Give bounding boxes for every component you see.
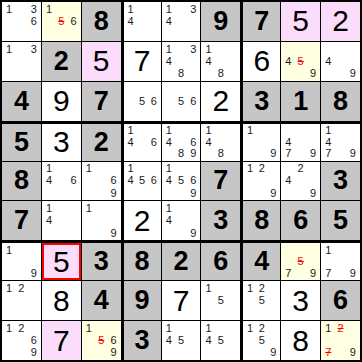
pencil-marks: 149 — [163, 202, 200, 239]
cell-r9c9[interactable]: 1279 — [321, 321, 360, 360]
cell-r3c8[interactable]: 1 — [281, 82, 320, 121]
pencil-marks: 145 — [202, 322, 239, 359]
candidate-5: 5 — [175, 334, 187, 346]
cell-r1c5[interactable]: 134 — [162, 2, 201, 41]
candidate-6: 6 — [28, 334, 40, 346]
candidate-1: 1 — [83, 322, 95, 334]
candidate-1: 1 — [202, 125, 214, 137]
candidate-9: 9 — [28, 347, 40, 359]
cell-r9c8[interactable]: 8 — [281, 321, 320, 360]
candidate-1: 1 — [322, 125, 334, 137]
solved-digit: 9 — [53, 86, 70, 116]
cell-r7c2[interactable]: 5 — [42, 241, 81, 280]
candidate-3: 3 — [187, 3, 199, 15]
cell-r7c7[interactable]: 4 — [241, 241, 280, 280]
candidate-1: 1 — [322, 244, 334, 256]
cell-r3c5[interactable]: 56 — [162, 82, 201, 121]
cell-r3c6[interactable]: 2 — [201, 82, 240, 121]
pencil-marks: 12 — [3, 282, 40, 319]
candidate-1: 1 — [244, 163, 256, 175]
candidate-6: 6 — [148, 175, 160, 187]
candidate-8: 8 — [215, 67, 227, 79]
candidate-9: 9 — [187, 187, 199, 199]
cell-r4c6[interactable]: 148 — [201, 122, 240, 161]
given-digit: 3 — [254, 88, 269, 115]
solved-digit: 2 — [213, 86, 230, 116]
candidate-3: 3 — [28, 3, 40, 15]
cell-r1c9[interactable]: 2 — [321, 2, 360, 41]
candidate-9: 9 — [307, 268, 319, 280]
candidate-1: 1 — [163, 163, 175, 175]
solved-digit: 6 — [253, 46, 270, 76]
cell-r9c3[interactable]: 1569 — [82, 321, 121, 360]
cell-r9c1[interactable]: 1269 — [2, 321, 41, 360]
cell-r5c9[interactable]: 3 — [321, 162, 360, 201]
cell-r5c6[interactable]: 7 — [201, 162, 240, 201]
candidate-9: 9 — [268, 187, 280, 199]
cell-r5c8[interactable]: 249 — [281, 162, 320, 201]
cell-r8c7[interactable]: 125 — [241, 281, 280, 320]
pencil-marks: 136 — [3, 3, 40, 40]
cell-r1c4[interactable]: 14 — [122, 2, 161, 41]
candidate-1: 1 — [3, 244, 15, 256]
candidate-4: 4 — [322, 136, 334, 148]
candidate-5: 5 — [136, 175, 148, 187]
candidate-1: 1 — [202, 322, 214, 334]
candidate-5-eliminated: 5 — [55, 15, 67, 27]
cell-r8c5[interactable]: 7 — [162, 281, 201, 320]
cell-r5c4[interactable]: 1456 — [122, 162, 161, 201]
candidate-6: 6 — [148, 95, 160, 107]
pencil-marks: 13 — [3, 43, 40, 80]
candidate-7: 7 — [322, 148, 334, 160]
candidate-4: 4 — [163, 215, 175, 227]
candidate-9: 9 — [107, 227, 119, 239]
pencil-marks: 1259 — [244, 322, 279, 359]
candidate-7: 7 — [322, 268, 334, 280]
pencil-marks: 14 — [125, 3, 160, 40]
cell-r3c3[interactable]: 7 — [82, 82, 121, 121]
candidate-5: 5 — [215, 334, 227, 346]
given-digit: 2 — [173, 248, 188, 275]
given-digit: 7 — [14, 207, 29, 234]
candidate-9: 9 — [268, 347, 280, 359]
pencil-marks: 169 — [83, 163, 120, 200]
given-digit: 3 — [135, 327, 150, 354]
candidate-9: 9 — [347, 148, 359, 160]
pencil-marks: 1456 — [125, 163, 160, 200]
pencil-marks: 148 — [202, 125, 239, 160]
cell-r6c3[interactable]: 19 — [82, 201, 121, 240]
pencil-marks: 49 — [322, 43, 359, 80]
given-digit: 7 — [94, 88, 109, 115]
pencil-marks: 1279 — [322, 322, 359, 359]
cell-r6c9[interactable]: 5 — [321, 201, 360, 240]
cell-r5c5[interactable]: 14569 — [162, 162, 201, 201]
cell-r1c3[interactable]: 8 — [82, 2, 121, 41]
given-digit: 4 — [94, 287, 109, 314]
cell-r4c4[interactable]: 146 — [122, 122, 161, 161]
pencil-marks: 14569 — [163, 163, 200, 200]
candidate-6: 6 — [28, 15, 40, 27]
candidate-5: 5 — [215, 295, 227, 307]
candidate-4: 4 — [43, 175, 55, 187]
cell-r1c6[interactable]: 9 — [201, 2, 240, 41]
pencil-marks: 479 — [282, 125, 319, 160]
candidate-1: 1 — [163, 43, 175, 55]
cell-r8c6[interactable]: 15 — [201, 281, 240, 320]
candidate-1: 1 — [244, 322, 256, 334]
given-digit: 4 — [14, 88, 29, 115]
pencil-marks: 146 — [125, 125, 160, 160]
cell-r2c2[interactable]: 2 — [42, 42, 81, 81]
candidate-6: 6 — [187, 136, 199, 148]
cell-r5c1[interactable]: 8 — [2, 162, 41, 201]
candidate-9: 9 — [307, 148, 319, 160]
candidate-8: 8 — [175, 148, 187, 160]
candidate-7: 7 — [282, 148, 294, 160]
candidate-5: 5 — [256, 295, 268, 307]
cell-r6c8[interactable]: 6 — [281, 201, 320, 240]
candidate-1: 1 — [163, 125, 175, 137]
cell-r3c7[interactable]: 3 — [241, 82, 280, 121]
candidate-6: 6 — [67, 15, 79, 27]
given-digit: 9 — [213, 8, 228, 35]
cell-r7c5[interactable]: 2 — [162, 241, 201, 280]
candidate-6: 6 — [67, 175, 79, 187]
pencil-marks: 1569 — [83, 322, 120, 359]
pencil-marks: 579 — [282, 244, 319, 279]
given-digit: 1 — [293, 88, 308, 115]
cell-r5c7[interactable]: 129 — [241, 162, 280, 201]
candidate-9: 9 — [107, 187, 119, 199]
candidate-1: 1 — [163, 202, 175, 214]
given-digit: 7 — [254, 8, 269, 35]
solved-digit: 5 — [93, 46, 110, 76]
solved-digit: 7 — [173, 286, 190, 316]
candidate-1: 1 — [202, 282, 214, 294]
cell-r6c6[interactable]: 3 — [201, 201, 240, 240]
given-digit: 6 — [213, 248, 228, 275]
cell-r9c6[interactable]: 145 — [201, 321, 240, 360]
pencil-marks: 179 — [322, 244, 359, 279]
cell-r4c3[interactable]: 2 — [82, 122, 121, 161]
cell-r8c4[interactable]: 9 — [122, 281, 161, 320]
cell-r4c7[interactable]: 19 — [241, 122, 280, 161]
candidate-1: 1 — [3, 282, 15, 294]
solved-digit: 8 — [292, 326, 309, 356]
candidate-4: 4 — [125, 175, 137, 187]
candidate-8: 8 — [215, 148, 227, 160]
pencil-marks: 129 — [244, 163, 279, 200]
cell-r8c1[interactable]: 12 — [2, 281, 41, 320]
cell-r8c3[interactable]: 4 — [82, 281, 121, 320]
cell-r4c9[interactable]: 1479 — [321, 122, 360, 161]
candidate-9: 9 — [107, 347, 119, 359]
pencil-marks: 1269 — [3, 322, 40, 359]
cell-r2c7[interactable]: 6 — [241, 42, 280, 81]
sudoku-board: 1361568141349752132571348148645949497565… — [0, 0, 362, 362]
candidate-2: 2 — [15, 322, 27, 334]
candidate-3: 3 — [187, 43, 199, 55]
cell-r6c2[interactable]: 14 — [42, 201, 81, 240]
candidate-2: 2 — [256, 282, 268, 294]
candidate-6: 6 — [148, 136, 160, 148]
candidate-9: 9 — [28, 268, 40, 280]
cell-r4c2[interactable]: 3 — [42, 122, 81, 161]
cell-r8c2[interactable]: 8 — [42, 281, 81, 320]
cell-r4c1[interactable]: 5 — [2, 122, 41, 161]
cell-r7c4[interactable]: 8 — [122, 241, 161, 280]
given-digit: 3 — [333, 167, 348, 194]
candidate-9: 9 — [307, 67, 319, 79]
candidate-1: 1 — [43, 163, 55, 175]
candidate-1: 1 — [83, 202, 95, 214]
candidate-6: 6 — [107, 175, 119, 187]
cell-r6c5[interactable]: 149 — [162, 201, 201, 240]
cell-r7c6[interactable]: 6 — [201, 241, 240, 280]
solved-digit: 5 — [53, 247, 70, 277]
candidate-5-eliminated: 5 — [95, 334, 107, 346]
candidate-1: 1 — [43, 3, 55, 15]
candidate-4: 4 — [125, 15, 137, 27]
cell-r9c5[interactable]: 145 — [162, 321, 201, 360]
pencil-marks: 19 — [244, 125, 279, 160]
candidate-4: 4 — [282, 55, 294, 67]
solved-digit: 3 — [292, 286, 309, 316]
candidate-6: 6 — [187, 95, 199, 107]
cell-r2c4[interactable]: 7 — [122, 42, 161, 81]
cell-r4c5[interactable]: 14689 — [162, 122, 201, 161]
candidate-1: 1 — [3, 322, 15, 334]
given-digit: 6 — [293, 207, 308, 234]
solved-digit: 2 — [134, 206, 151, 236]
cell-r9c7[interactable]: 1259 — [241, 321, 280, 360]
candidate-4: 4 — [125, 136, 137, 148]
cell-r7c8[interactable]: 579 — [281, 241, 320, 280]
cell-r2c3[interactable]: 5 — [82, 42, 121, 81]
pencil-marks: 19 — [3, 244, 40, 279]
given-digit: 8 — [135, 248, 150, 275]
pencil-marks: 249 — [282, 163, 319, 200]
candidate-1: 1 — [3, 3, 15, 15]
candidate-4: 4 — [202, 55, 214, 67]
pencil-marks: 1348 — [163, 43, 200, 80]
cell-r5c2[interactable]: 146 — [42, 162, 81, 201]
pencil-marks: 14689 — [163, 125, 200, 160]
pencil-marks: 56 — [125, 83, 160, 120]
cell-r3c2[interactable]: 9 — [42, 82, 81, 121]
candidate-5: 5 — [175, 95, 187, 107]
pencil-marks: 459 — [282, 43, 319, 80]
cell-r7c9[interactable]: 179 — [321, 241, 360, 280]
candidate-2: 2 — [295, 163, 307, 175]
given-digit: 8 — [254, 207, 269, 234]
candidate-5-eliminated: 5 — [295, 55, 307, 67]
candidate-1: 1 — [322, 322, 334, 334]
candidate-9: 9 — [187, 148, 199, 160]
solved-digit: 7 — [53, 326, 70, 356]
given-digit: 5 — [333, 207, 348, 234]
candidate-4: 4 — [43, 215, 55, 227]
cell-r6c7[interactable]: 8 — [241, 201, 280, 240]
candidate-4: 4 — [202, 334, 214, 346]
given-digit: 6 — [333, 287, 348, 314]
candidate-9: 9 — [347, 67, 359, 79]
candidate-4: 4 — [163, 15, 175, 27]
cell-r6c1[interactable]: 7 — [2, 201, 41, 240]
candidate-5-eliminated: 5 — [295, 256, 307, 268]
candidate-9: 9 — [347, 268, 359, 280]
candidate-4: 4 — [163, 334, 175, 346]
cell-r1c8[interactable]: 5 — [281, 2, 320, 41]
pencil-marks: 146 — [43, 163, 80, 200]
candidate-1: 1 — [163, 3, 175, 15]
solved-digit: 2 — [332, 6, 349, 36]
given-digit: 3 — [94, 248, 109, 275]
candidate-1: 1 — [125, 125, 137, 137]
given-digit: 4 — [254, 248, 269, 275]
cell-r2c1[interactable]: 13 — [2, 42, 41, 81]
cell-r7c1[interactable]: 19 — [2, 241, 41, 280]
candidate-1: 1 — [244, 125, 256, 137]
candidate-4: 4 — [202, 136, 214, 148]
cell-r3c4[interactable]: 56 — [122, 82, 161, 121]
given-digit: 7 — [213, 167, 228, 194]
cell-r2c9[interactable]: 49 — [321, 42, 360, 81]
cell-r6c4[interactable]: 2 — [122, 201, 161, 240]
candidate-2: 2 — [256, 322, 268, 334]
pencil-marks: 134 — [163, 3, 200, 40]
candidate-6: 6 — [107, 334, 119, 346]
candidate-1: 1 — [125, 3, 137, 15]
cell-r3c9[interactable]: 8 — [321, 82, 360, 121]
pencil-marks: 156 — [43, 3, 80, 40]
pencil-marks: 19 — [83, 202, 120, 239]
cell-r1c2[interactable]: 156 — [42, 2, 81, 41]
pencil-marks: 125 — [244, 282, 279, 319]
candidate-1: 1 — [244, 282, 256, 294]
candidate-1: 1 — [3, 43, 15, 55]
candidate-1: 1 — [163, 322, 175, 334]
candidate-5: 5 — [256, 334, 268, 346]
candidate-9: 9 — [347, 347, 359, 359]
candidate-1: 1 — [43, 202, 55, 214]
pencil-marks: 14 — [43, 202, 80, 239]
candidate-6: 6 — [187, 175, 199, 187]
given-digit: 5 — [14, 129, 29, 156]
given-digit: 2 — [94, 129, 109, 156]
given-digit: 8 — [333, 88, 348, 115]
candidate-8: 8 — [175, 67, 187, 79]
given-digit: 3 — [213, 207, 228, 234]
cell-r8c8[interactable]: 3 — [281, 281, 320, 320]
candidate-2-eliminated: 2 — [334, 322, 346, 334]
pencil-marks: 56 — [163, 83, 200, 120]
candidate-4: 4 — [282, 175, 294, 187]
cell-r7c3[interactable]: 3 — [82, 241, 121, 280]
given-digit: 2 — [54, 48, 69, 75]
cell-r8c9[interactable]: 6 — [321, 281, 360, 320]
candidate-4: 4 — [282, 136, 294, 148]
candidate-4: 4 — [322, 55, 334, 67]
cell-r1c1[interactable]: 136 — [2, 2, 41, 41]
candidate-1: 1 — [83, 163, 95, 175]
given-digit: 9 — [135, 287, 150, 314]
pencil-marks: 145 — [163, 322, 200, 359]
candidate-9: 9 — [268, 148, 280, 160]
cell-r2c6[interactable]: 148 — [201, 42, 240, 81]
solved-digit: 8 — [53, 286, 70, 316]
candidate-4: 4 — [163, 136, 175, 148]
candidate-7: 7 — [282, 268, 294, 280]
pencil-marks: 148 — [202, 43, 239, 80]
candidate-5: 5 — [175, 175, 187, 187]
candidate-5: 5 — [136, 95, 148, 107]
cell-r4c8[interactable]: 479 — [281, 122, 320, 161]
candidate-1: 1 — [202, 43, 214, 55]
candidate-9: 9 — [307, 187, 319, 199]
candidate-7-eliminated: 7 — [322, 347, 334, 359]
cell-r5c3[interactable]: 169 — [82, 162, 121, 201]
pencil-marks: 15 — [202, 282, 239, 319]
candidate-9: 9 — [187, 227, 199, 239]
cell-r9c2[interactable]: 7 — [42, 321, 81, 360]
solved-digit: 5 — [292, 6, 309, 36]
candidate-2: 2 — [15, 282, 27, 294]
cell-r3c1[interactable]: 4 — [2, 82, 41, 121]
candidate-2: 2 — [256, 163, 268, 175]
given-digit: 8 — [14, 167, 29, 194]
candidate-4: 4 — [163, 175, 175, 187]
solved-digit: 3 — [53, 127, 70, 157]
candidate-1: 1 — [125, 163, 137, 175]
cell-r2c8[interactable]: 459 — [281, 42, 320, 81]
cell-r2c5[interactable]: 1348 — [162, 42, 201, 81]
solved-digit: 7 — [134, 46, 151, 76]
cell-r1c7[interactable]: 7 — [241, 2, 280, 41]
pencil-marks: 1479 — [322, 125, 359, 160]
candidate-3: 3 — [28, 43, 40, 55]
cell-r9c4[interactable]: 3 — [122, 321, 161, 360]
candidate-4: 4 — [163, 55, 175, 67]
given-digit: 8 — [94, 8, 109, 35]
